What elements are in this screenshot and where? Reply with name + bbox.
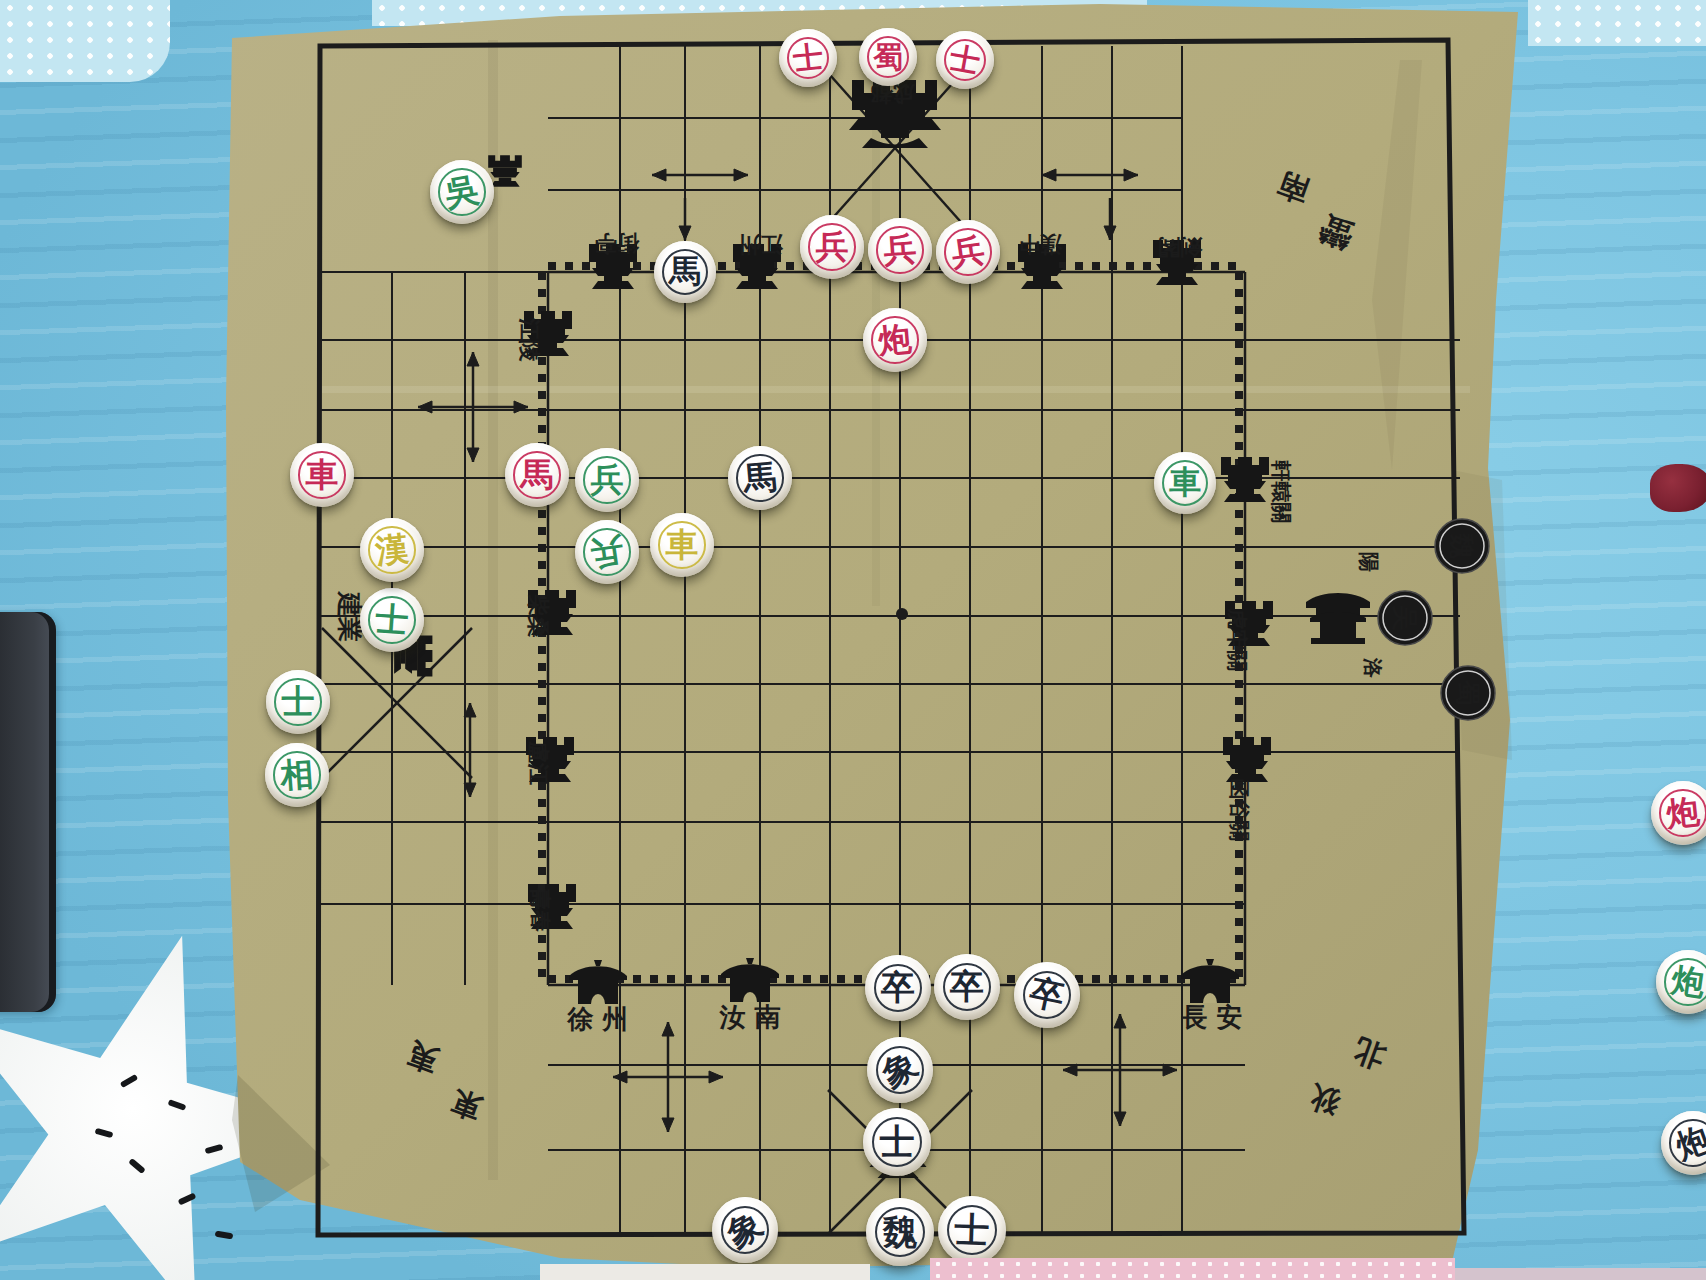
piece-green-15[interactable]: 車 bbox=[1154, 452, 1216, 514]
piece-character: 馬 bbox=[505, 443, 569, 507]
piece-character: 士 bbox=[776, 26, 840, 90]
corner-fabric-strip bbox=[1455, 1268, 1706, 1280]
piece-character: 士 bbox=[266, 670, 330, 734]
piece-black-20[interactable]: 卒 bbox=[865, 955, 931, 1021]
piece-yellow-17[interactable]: 車 bbox=[650, 513, 714, 577]
piece-character: 魏 bbox=[866, 1198, 934, 1266]
piece-red-6[interactable]: 炮 bbox=[863, 308, 927, 372]
piece-green-29[interactable]: 炮 bbox=[1656, 950, 1706, 1014]
piece-character: 相 bbox=[263, 741, 331, 809]
piece-black-30[interactable]: 炮 bbox=[1661, 1111, 1706, 1175]
piece-black-27[interactable]: 士 bbox=[938, 1196, 1006, 1264]
piece-character: 車 bbox=[290, 443, 354, 507]
piece-red-4[interactable]: 兵 bbox=[868, 218, 932, 282]
piece-black-21[interactable]: 卒 bbox=[934, 954, 1000, 1020]
piece-character: 炮 bbox=[1652, 946, 1706, 1018]
piece-red-0[interactable]: 士 bbox=[779, 29, 837, 87]
piece-red-8[interactable]: 馬 bbox=[505, 443, 569, 507]
piece-green-11[interactable]: 兵 bbox=[575, 520, 639, 584]
piece-black-24[interactable]: 士 bbox=[863, 1108, 931, 1176]
piece-green-10[interactable]: 兵 bbox=[575, 448, 639, 512]
piece-character: 卒 bbox=[934, 954, 1000, 1020]
piece-character: 車 bbox=[650, 513, 714, 577]
piece-character: 象 bbox=[700, 1185, 790, 1275]
piece-character: 炮 bbox=[1652, 1102, 1706, 1184]
piece-red-3[interactable]: 兵 bbox=[800, 215, 864, 279]
piece-character: 兵 bbox=[932, 216, 1004, 288]
pink-fabric-strip bbox=[930, 1258, 1455, 1280]
piece-character: 蜀 bbox=[859, 28, 917, 86]
piece-green-12[interactable]: 士 bbox=[360, 588, 424, 652]
piece-character: 馬 bbox=[725, 443, 794, 512]
photo-scene: 成都 街亭 江州 漢中 劍閣 江陵 柴桑 盧江 壽春 軒轅關 虎牢關 函谷關 徐… bbox=[0, 0, 1706, 1280]
piece-character: 士 bbox=[863, 1108, 931, 1176]
piece-black-23[interactable]: 象 bbox=[867, 1037, 933, 1103]
piece-black-26[interactable]: 魏 bbox=[866, 1198, 934, 1266]
piece-green-9[interactable]: 吳 bbox=[430, 160, 494, 224]
piece-black-22[interactable]: 卒 bbox=[1014, 962, 1080, 1028]
piece-character: 卒 bbox=[865, 955, 931, 1021]
piece-character: 士 bbox=[931, 26, 998, 93]
piece-red-7[interactable]: 車 bbox=[290, 443, 354, 507]
piece-character: 車 bbox=[1154, 452, 1216, 514]
piece-character: 士 bbox=[937, 1195, 1007, 1265]
piece-black-19[interactable]: 馬 bbox=[728, 446, 792, 510]
piece-character: 兵 bbox=[575, 448, 639, 512]
piece-character: 馬 bbox=[654, 241, 716, 303]
piece-red-28[interactable]: 炮 bbox=[1651, 781, 1706, 845]
piece-green-13[interactable]: 士 bbox=[266, 670, 330, 734]
piece-red-1[interactable]: 蜀 bbox=[859, 28, 917, 86]
piece-character: 炮 bbox=[860, 305, 929, 374]
piece-character: 卒 bbox=[1008, 956, 1086, 1034]
piece-character: 象 bbox=[855, 1025, 944, 1114]
piece-black-18[interactable]: 馬 bbox=[654, 241, 716, 303]
piece-black-25[interactable]: 象 bbox=[712, 1197, 778, 1263]
piece-character: 兵 bbox=[800, 215, 864, 279]
piece-character: 兵 bbox=[571, 516, 643, 588]
piece-character: 士 bbox=[358, 586, 426, 654]
piece-character: 漢 bbox=[357, 515, 427, 585]
piece-green-14[interactable]: 相 bbox=[265, 743, 329, 807]
pieces-layer: 士蜀士兵兵兵炮車馬吳兵兵士士相車漢車馬馬卒卒卒象士象魏士炮炮炮 bbox=[0, 0, 1706, 1280]
piece-yellow-16[interactable]: 漢 bbox=[360, 518, 424, 582]
piece-character: 吳 bbox=[425, 155, 499, 229]
piece-red-2[interactable]: 士 bbox=[936, 31, 994, 89]
piece-red-5[interactable]: 兵 bbox=[936, 220, 1000, 284]
white-fabric-strip bbox=[540, 1264, 870, 1280]
piece-character: 兵 bbox=[866, 216, 934, 284]
piece-character: 炮 bbox=[1648, 778, 1706, 848]
